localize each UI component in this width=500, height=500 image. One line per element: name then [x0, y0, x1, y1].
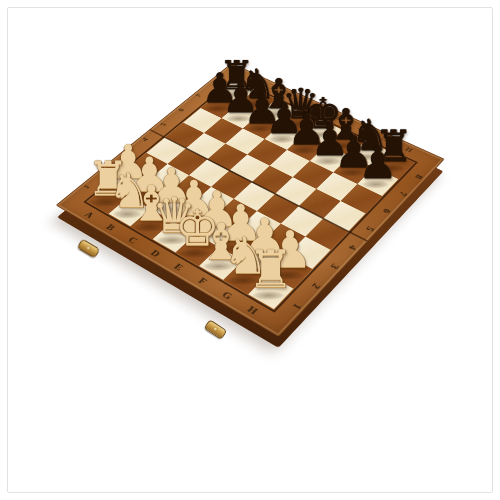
- coordinate-label: G: [380, 135, 391, 143]
- coordinate-label: E: [172, 261, 186, 272]
- coordinate-label: G: [220, 289, 235, 301]
- coordinate-label: 1: [82, 184, 92, 190]
- coordinate-label: 6: [177, 107, 186, 112]
- coordinate-label: 7: [194, 93, 203, 98]
- coordinate-label: 5: [363, 225, 376, 234]
- coordinate-label: 7: [397, 190, 410, 198]
- brass-clasp-upper: [77, 238, 101, 258]
- coordinate-label: H: [245, 304, 260, 317]
- coordinate-label: 8: [412, 173, 425, 181]
- coordinate-label: 2: [309, 281, 323, 290]
- coordinate-label: 5: [159, 122, 169, 128]
- coordinate-label: E: [334, 114, 344, 121]
- coordinate-label: B: [268, 85, 278, 92]
- coordinate-label: 6: [380, 207, 393, 215]
- coordinate-label: 4: [140, 137, 150, 143]
- coordinate-label: 3: [121, 152, 131, 158]
- coordinate-label: B: [104, 222, 118, 232]
- chess-set-photo: AA11BB22CC33DD44EE55FF66GG77HH88 ♜♞♟♝♟♛♟…: [0, 0, 500, 500]
- coordinate-label: A: [247, 75, 257, 82]
- chess-board: AA11BB22CC33DD44EE55FF66GG77HH88: [56, 63, 445, 337]
- brass-clasp-lower: [204, 319, 228, 340]
- coordinate-label: D: [149, 248, 163, 259]
- coordinate-label: 8: [211, 80, 220, 85]
- coordinate-label: C: [126, 235, 140, 246]
- coordinate-label: C: [289, 94, 299, 101]
- coordinate-label: 1: [290, 301, 304, 311]
- coordinate-label: 4: [346, 243, 360, 252]
- playing-grid: [87, 80, 414, 309]
- coordinate-label: H: [404, 146, 415, 154]
- coordinate-label: F: [357, 125, 366, 132]
- coordinate-label: F: [196, 275, 210, 286]
- coordinate-label: A: [83, 209, 97, 219]
- coordinate-label: D: [311, 104, 321, 111]
- coordinate-label: 3: [328, 262, 342, 271]
- coordinate-label: 2: [102, 168, 112, 174]
